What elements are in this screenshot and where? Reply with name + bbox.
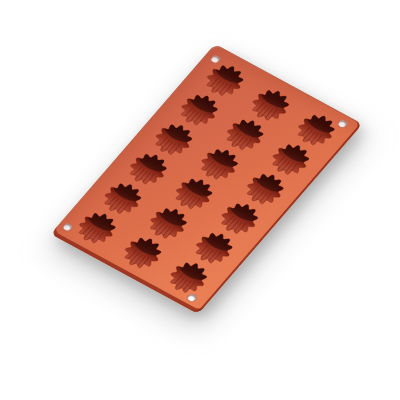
mold-body	[51, 44, 363, 314]
mold-grid	[51, 44, 363, 314]
product-photo	[0, 0, 400, 400]
